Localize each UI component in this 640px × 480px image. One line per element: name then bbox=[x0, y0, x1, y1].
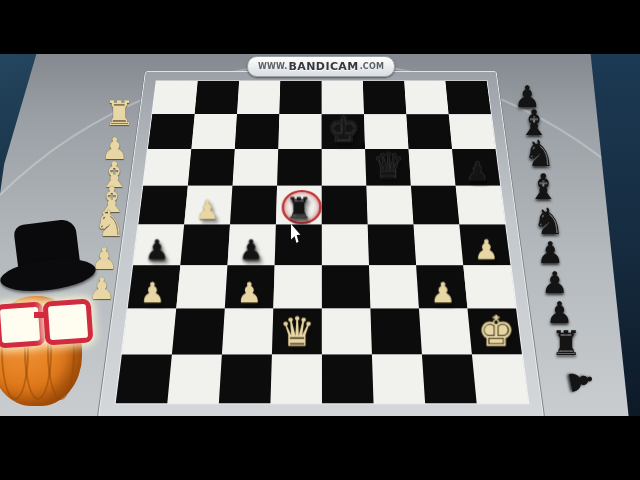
square-f2[interactable] bbox=[370, 309, 422, 355]
square-d8[interactable] bbox=[279, 81, 321, 114]
square-f6[interactable]: ♛ bbox=[365, 149, 411, 186]
captured-white-rook: ♜ bbox=[104, 96, 134, 130]
black-queen-f6[interactable]: ♛ bbox=[366, 149, 410, 185]
letterbox-bar-top bbox=[0, 0, 640, 54]
square-e7[interactable]: ♚ bbox=[322, 114, 365, 149]
square-b2[interactable] bbox=[172, 309, 225, 355]
square-a5[interactable] bbox=[138, 186, 188, 225]
square-e5[interactable] bbox=[322, 186, 368, 225]
chess-board-frame: ♚♛♟♟♜♟♟♟♟♟♟♛♚ bbox=[98, 71, 544, 417]
square-a4[interactable]: ♟ bbox=[133, 224, 184, 265]
pumpkin-mascot-overlay bbox=[0, 218, 108, 418]
square-h1[interactable] bbox=[472, 355, 528, 404]
square-h3[interactable] bbox=[463, 265, 516, 308]
white-pawn-c3[interactable]: ♟ bbox=[225, 279, 273, 307]
black-pawn-h6[interactable]: ♟ bbox=[455, 159, 500, 185]
square-b8[interactable] bbox=[195, 81, 239, 114]
white-pawn-g3[interactable]: ♟ bbox=[419, 279, 467, 307]
bandicam-watermark: WWW. BANDICAM .COM bbox=[247, 56, 395, 77]
square-g1[interactable] bbox=[422, 355, 477, 404]
square-d1[interactable] bbox=[270, 355, 322, 404]
square-c8[interactable] bbox=[237, 81, 280, 114]
top-hat-brim bbox=[0, 254, 97, 295]
square-b6[interactable] bbox=[188, 149, 235, 186]
square-h5[interactable] bbox=[456, 186, 506, 225]
white-king-h2[interactable]: ♚ bbox=[471, 311, 521, 353]
square-c6[interactable] bbox=[232, 149, 278, 186]
white-pawn-h4[interactable]: ♟ bbox=[463, 237, 510, 264]
square-a6[interactable] bbox=[143, 149, 191, 186]
black-king-e7[interactable]: ♚ bbox=[322, 111, 365, 148]
square-a1[interactable] bbox=[116, 355, 172, 404]
square-g5[interactable] bbox=[411, 186, 459, 225]
square-f4[interactable] bbox=[368, 224, 417, 265]
square-e1[interactable] bbox=[322, 355, 374, 404]
square-e3[interactable] bbox=[322, 265, 371, 308]
square-e2[interactable] bbox=[322, 309, 372, 355]
square-c2[interactable] bbox=[222, 309, 273, 355]
black-pawn-c4[interactable]: ♟ bbox=[228, 237, 275, 264]
captured-black-pawn: ♟ bbox=[542, 268, 569, 298]
square-g4[interactable] bbox=[413, 224, 463, 265]
square-f3[interactable] bbox=[369, 265, 419, 308]
square-g3[interactable]: ♟ bbox=[416, 265, 467, 308]
white-pawn-b5[interactable]: ♟ bbox=[185, 197, 231, 223]
watermark-prefix: WWW. bbox=[258, 62, 288, 71]
square-d6[interactable] bbox=[277, 149, 322, 186]
square-c3[interactable]: ♟ bbox=[225, 265, 275, 308]
square-h7[interactable] bbox=[449, 114, 496, 149]
square-d7[interactable] bbox=[278, 114, 321, 149]
square-e6[interactable] bbox=[322, 149, 367, 186]
white-queen-d2[interactable]: ♛ bbox=[272, 313, 322, 353]
square-g8[interactable] bbox=[404, 81, 448, 114]
watermark-brand: BANDICAM bbox=[289, 60, 359, 73]
square-b3[interactable] bbox=[176, 265, 227, 308]
square-h4[interactable]: ♟ bbox=[459, 224, 510, 265]
white-pawn-a3[interactable]: ♟ bbox=[128, 279, 176, 307]
captured-black-bishop: ♝ bbox=[528, 170, 559, 205]
square-a2[interactable] bbox=[122, 309, 176, 355]
square-g7[interactable] bbox=[406, 114, 452, 149]
square-b1[interactable] bbox=[167, 355, 222, 404]
square-f5[interactable] bbox=[366, 186, 413, 225]
square-b7[interactable] bbox=[191, 114, 237, 149]
square-g6[interactable] bbox=[409, 149, 456, 186]
black-pawn-a4[interactable]: ♟ bbox=[134, 237, 181, 264]
square-a8[interactable] bbox=[152, 81, 197, 114]
square-f1[interactable] bbox=[372, 355, 425, 404]
black-rook-d5[interactable]: ♜ bbox=[276, 193, 322, 223]
square-d4[interactable] bbox=[275, 224, 322, 265]
square-c4[interactable]: ♟ bbox=[227, 224, 275, 265]
square-a3[interactable]: ♟ bbox=[128, 265, 181, 308]
square-b5[interactable]: ♟ bbox=[184, 186, 232, 225]
square-f8[interactable] bbox=[363, 81, 406, 114]
square-d3[interactable] bbox=[273, 265, 322, 308]
square-e4[interactable] bbox=[322, 224, 369, 265]
square-f7[interactable] bbox=[364, 114, 409, 149]
square-c5[interactable] bbox=[230, 186, 277, 225]
square-a7[interactable] bbox=[148, 114, 195, 149]
square-c1[interactable] bbox=[219, 355, 272, 404]
square-h8[interactable] bbox=[445, 81, 491, 114]
square-d2[interactable]: ♛ bbox=[272, 309, 322, 355]
letterbox-bar-bottom bbox=[0, 416, 640, 480]
square-h2[interactable]: ♚ bbox=[467, 309, 521, 355]
watermark-suffix: .COM bbox=[360, 62, 384, 71]
chess-board[interactable]: ♚♛♟♟♜♟♟♟♟♟♟♛♚ bbox=[115, 80, 530, 404]
captured-black-rook: ♜ bbox=[551, 326, 581, 360]
captured-black-pawn: ♟ bbox=[537, 238, 564, 268]
square-h6[interactable]: ♟ bbox=[452, 149, 500, 186]
screen: ♚♛♟♟♜♟♟♟♟♟♟♛♚ ♜♟♝♝♞♟♟ ♟♝♞♝♞♟♟♟♜♟ WWW. BA… bbox=[0, 0, 640, 480]
square-d5[interactable]: ♜ bbox=[276, 186, 322, 225]
glasses-icon bbox=[0, 300, 90, 340]
square-g2[interactable] bbox=[419, 309, 472, 355]
square-b4[interactable] bbox=[180, 224, 230, 265]
square-c7[interactable] bbox=[235, 114, 280, 149]
